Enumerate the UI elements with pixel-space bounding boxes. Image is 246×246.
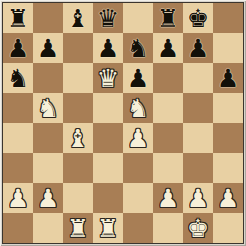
chess-app: ♜♝♛♜♚♟♟♟♞♟♟♞♛♟♟♞♞♝♟♟♟♟♟♟♜♜♚ bbox=[0, 0, 246, 246]
square-c1[interactable]: ♜ bbox=[63, 213, 93, 243]
white-pawn[interactable]: ♟ bbox=[157, 186, 179, 211]
square-h6[interactable]: ♟ bbox=[213, 63, 243, 93]
square-g3[interactable] bbox=[183, 153, 213, 183]
chess-board: ♜♝♛♜♚♟♟♟♞♟♟♞♛♟♟♞♞♝♟♟♟♟♟♟♜♜♚ bbox=[2, 2, 244, 244]
square-d8[interactable]: ♛ bbox=[93, 3, 123, 33]
white-queen[interactable]: ♛ bbox=[97, 66, 119, 91]
square-e1[interactable] bbox=[123, 213, 153, 243]
square-d4[interactable] bbox=[93, 123, 123, 153]
square-a7[interactable]: ♟ bbox=[3, 33, 33, 63]
board-frame: ♜♝♛♜♚♟♟♟♞♟♟♞♛♟♟♞♞♝♟♟♟♟♟♟♜♜♚ bbox=[0, 0, 246, 246]
square-b8[interactable] bbox=[33, 3, 63, 33]
square-d1[interactable]: ♜ bbox=[93, 213, 123, 243]
white-knight[interactable]: ♞ bbox=[37, 96, 59, 121]
black-rook[interactable]: ♜ bbox=[157, 6, 179, 31]
square-f3[interactable] bbox=[153, 153, 183, 183]
square-h1[interactable] bbox=[213, 213, 243, 243]
square-c7[interactable] bbox=[63, 33, 93, 63]
square-e6[interactable]: ♟ bbox=[123, 63, 153, 93]
square-a1[interactable] bbox=[3, 213, 33, 243]
square-c3[interactable] bbox=[63, 153, 93, 183]
black-queen[interactable]: ♛ bbox=[97, 6, 119, 31]
black-pawn[interactable]: ♟ bbox=[127, 66, 149, 91]
square-h3[interactable] bbox=[213, 153, 243, 183]
square-f7[interactable]: ♟ bbox=[153, 33, 183, 63]
square-g2[interactable]: ♟ bbox=[183, 183, 213, 213]
square-h4[interactable] bbox=[213, 123, 243, 153]
square-b7[interactable]: ♟ bbox=[33, 33, 63, 63]
square-c6[interactable] bbox=[63, 63, 93, 93]
black-pawn[interactable]: ♟ bbox=[187, 36, 209, 61]
square-c2[interactable] bbox=[63, 183, 93, 213]
square-g8[interactable]: ♚ bbox=[183, 3, 213, 33]
square-h2[interactable]: ♟ bbox=[213, 183, 243, 213]
black-pawn[interactable]: ♟ bbox=[97, 36, 119, 61]
square-f6[interactable] bbox=[153, 63, 183, 93]
black-pawn[interactable]: ♟ bbox=[7, 36, 29, 61]
white-pawn[interactable]: ♟ bbox=[127, 126, 149, 151]
square-f8[interactable]: ♜ bbox=[153, 3, 183, 33]
square-a2[interactable]: ♟ bbox=[3, 183, 33, 213]
square-d2[interactable] bbox=[93, 183, 123, 213]
square-b5[interactable]: ♞ bbox=[33, 93, 63, 123]
square-b4[interactable] bbox=[33, 123, 63, 153]
square-e5[interactable]: ♞ bbox=[123, 93, 153, 123]
white-pawn[interactable]: ♟ bbox=[187, 186, 209, 211]
white-king[interactable]: ♚ bbox=[187, 216, 209, 241]
square-c4[interactable]: ♝ bbox=[63, 123, 93, 153]
square-f5[interactable] bbox=[153, 93, 183, 123]
square-f1[interactable] bbox=[153, 213, 183, 243]
white-pawn[interactable]: ♟ bbox=[217, 186, 239, 211]
square-h8[interactable] bbox=[213, 3, 243, 33]
square-e7[interactable]: ♞ bbox=[123, 33, 153, 63]
square-h7[interactable] bbox=[213, 33, 243, 63]
square-g6[interactable] bbox=[183, 63, 213, 93]
black-rook[interactable]: ♜ bbox=[7, 6, 29, 31]
square-b6[interactable] bbox=[33, 63, 63, 93]
black-pawn[interactable]: ♟ bbox=[217, 66, 239, 91]
black-pawn[interactable]: ♟ bbox=[157, 36, 179, 61]
square-b3[interactable] bbox=[33, 153, 63, 183]
square-d6[interactable]: ♛ bbox=[93, 63, 123, 93]
square-g1[interactable]: ♚ bbox=[183, 213, 213, 243]
square-h5[interactable] bbox=[213, 93, 243, 123]
square-c8[interactable]: ♝ bbox=[63, 3, 93, 33]
black-pawn[interactable]: ♟ bbox=[37, 36, 59, 61]
square-a5[interactable] bbox=[3, 93, 33, 123]
white-bishop[interactable]: ♝ bbox=[67, 126, 89, 151]
square-a8[interactable]: ♜ bbox=[3, 3, 33, 33]
square-e8[interactable] bbox=[123, 3, 153, 33]
black-bishop[interactable]: ♝ bbox=[67, 6, 89, 31]
square-b1[interactable] bbox=[33, 213, 63, 243]
square-f4[interactable] bbox=[153, 123, 183, 153]
square-e2[interactable] bbox=[123, 183, 153, 213]
white-rook[interactable]: ♜ bbox=[97, 216, 119, 241]
square-a6[interactable]: ♞ bbox=[3, 63, 33, 93]
square-a3[interactable] bbox=[3, 153, 33, 183]
square-d3[interactable] bbox=[93, 153, 123, 183]
square-g5[interactable] bbox=[183, 93, 213, 123]
white-knight[interactable]: ♞ bbox=[127, 96, 149, 121]
square-a4[interactable] bbox=[3, 123, 33, 153]
square-e4[interactable]: ♟ bbox=[123, 123, 153, 153]
black-king[interactable]: ♚ bbox=[187, 6, 209, 31]
square-c5[interactable] bbox=[63, 93, 93, 123]
square-d5[interactable] bbox=[93, 93, 123, 123]
square-g4[interactable] bbox=[183, 123, 213, 153]
white-rook[interactable]: ♜ bbox=[67, 216, 89, 241]
square-e3[interactable] bbox=[123, 153, 153, 183]
black-knight[interactable]: ♞ bbox=[127, 36, 149, 61]
white-pawn[interactable]: ♟ bbox=[37, 186, 59, 211]
square-f2[interactable]: ♟ bbox=[153, 183, 183, 213]
square-g7[interactable]: ♟ bbox=[183, 33, 213, 63]
square-b2[interactable]: ♟ bbox=[33, 183, 63, 213]
white-pawn[interactable]: ♟ bbox=[7, 186, 29, 211]
square-d7[interactable]: ♟ bbox=[93, 33, 123, 63]
black-knight[interactable]: ♞ bbox=[7, 66, 29, 91]
